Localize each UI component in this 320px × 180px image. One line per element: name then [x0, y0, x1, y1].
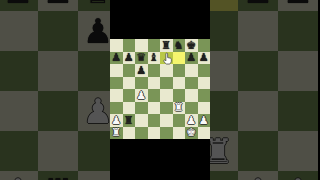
square-d5[interactable] — [148, 77, 161, 90]
black-pawn: ♟ — [3, 0, 33, 8]
square-f1[interactable] — [173, 127, 186, 140]
square-a4 — [0, 91, 38, 131]
square-f4[interactable] — [173, 89, 186, 102]
square-a5[interactable] — [110, 77, 123, 90]
black-bishop[interactable]: ♝ — [149, 52, 159, 63]
black-rook: ♜ — [43, 174, 73, 180]
square-c8[interactable] — [135, 39, 148, 52]
square-h8[interactable] — [198, 39, 211, 52]
square-e5[interactable] — [160, 77, 173, 90]
square-a6[interactable] — [110, 64, 123, 77]
black-knight[interactable]: ♞ — [174, 40, 184, 51]
chess-board[interactable]: ♜♞♚♟♟♛♝♟♟♟♟♜♟♜♟♟♜♚ — [110, 39, 210, 139]
square-e7[interactable] — [160, 52, 173, 65]
square-a8[interactable] — [110, 39, 123, 52]
square-b6[interactable] — [123, 64, 136, 77]
square-e6[interactable] — [160, 64, 173, 77]
square-h3[interactable] — [198, 102, 211, 115]
square-b7[interactable]: ♟ — [123, 52, 136, 65]
square-b2: ♜ — [38, 171, 78, 180]
square-h1[interactable] — [198, 127, 211, 140]
square-h3 — [278, 131, 318, 171]
square-b4[interactable] — [123, 89, 136, 102]
black-pawn[interactable]: ♟ — [186, 52, 196, 63]
square-b4 — [38, 91, 78, 131]
square-d6[interactable] — [148, 64, 161, 77]
square-h6 — [278, 11, 318, 51]
square-f5[interactable] — [173, 77, 186, 90]
square-b7: ♟ — [38, 0, 78, 11]
white-rook[interactable]: ♜ — [174, 102, 184, 113]
square-g2: ♟ — [238, 171, 278, 180]
hand-cursor-icon — [162, 50, 174, 63]
square-h2: ♟ — [278, 171, 318, 180]
square-b5[interactable] — [123, 77, 136, 90]
square-g1[interactable]: ♚ — [185, 127, 198, 140]
square-a7: ♟ — [0, 0, 38, 11]
square-f3[interactable]: ♜ — [173, 102, 186, 115]
square-c5[interactable] — [135, 77, 148, 90]
square-f6[interactable] — [173, 64, 186, 77]
square-h5[interactable] — [198, 77, 211, 90]
white-pawn[interactable]: ♟ — [199, 115, 209, 126]
black-pawn: ♟ — [83, 14, 113, 48]
square-a7[interactable]: ♟ — [110, 52, 123, 65]
white-pawn[interactable]: ♟ — [111, 115, 121, 126]
square-g7[interactable]: ♟ — [185, 52, 198, 65]
square-h7: ♟ — [278, 0, 318, 11]
white-king[interactable]: ♚ — [186, 127, 196, 138]
square-c7[interactable]: ♛ — [135, 52, 148, 65]
square-f7[interactable] — [173, 52, 186, 65]
square-b5 — [38, 51, 78, 91]
white-pawn: ♟ — [283, 174, 313, 180]
square-g8[interactable]: ♚ — [185, 39, 198, 52]
square-g5 — [238, 51, 278, 91]
white-rook[interactable]: ♜ — [111, 127, 121, 138]
black-queen: ♛ — [83, 0, 113, 8]
square-g6 — [238, 11, 278, 51]
white-pawn: ♟ — [3, 174, 33, 180]
square-d3[interactable] — [148, 102, 161, 115]
square-a2[interactable]: ♟ — [110, 114, 123, 127]
square-g3 — [238, 131, 278, 171]
square-g6[interactable] — [185, 64, 198, 77]
square-c2[interactable] — [135, 114, 148, 127]
black-pawn[interactable]: ♟ — [199, 52, 209, 63]
square-h5 — [278, 51, 318, 91]
square-a1[interactable]: ♜ — [110, 127, 123, 140]
black-pawn: ♟ — [43, 0, 73, 8]
black-pawn[interactable]: ♟ — [136, 65, 146, 76]
square-c6[interactable]: ♟ — [135, 64, 148, 77]
square-h7[interactable]: ♟ — [198, 52, 211, 65]
square-h2[interactable]: ♟ — [198, 114, 211, 127]
square-a6 — [0, 11, 38, 51]
square-h4 — [278, 91, 318, 131]
square-b3 — [38, 131, 78, 171]
square-f2[interactable] — [173, 114, 186, 127]
square-a2: ♟ — [0, 171, 38, 180]
square-a3[interactable] — [110, 102, 123, 115]
black-pawn[interactable]: ♟ — [111, 52, 121, 63]
square-g4 — [238, 91, 278, 131]
square-g4[interactable] — [185, 89, 198, 102]
video-frame: ♜♞♚♟♟♛♝♟♟♟♟♜♟♜♟♟♜♚ ♜♞♚♟♟♛♝♟♟♟♟♜♟♜♟♟♜♚ — [0, 0, 320, 180]
square-c4[interactable]: ♟ — [135, 89, 148, 102]
black-queen[interactable]: ♛ — [136, 52, 146, 63]
square-h6[interactable] — [198, 64, 211, 77]
square-d2[interactable] — [148, 114, 161, 127]
black-pawn[interactable]: ♟ — [124, 52, 134, 63]
square-g2[interactable]: ♟ — [185, 114, 198, 127]
square-b3[interactable] — [123, 102, 136, 115]
square-g7: ♟ — [238, 0, 278, 11]
square-b6 — [38, 11, 78, 51]
white-pawn: ♟ — [83, 94, 113, 128]
square-e2[interactable] — [160, 114, 173, 127]
white-pawn[interactable]: ♟ — [186, 115, 196, 126]
square-g3[interactable] — [185, 102, 198, 115]
square-d4[interactable] — [148, 89, 161, 102]
square-h4[interactable] — [198, 89, 211, 102]
square-b2[interactable]: ♜ — [123, 114, 136, 127]
square-e3[interactable] — [160, 102, 173, 115]
square-e1[interactable] — [160, 127, 173, 140]
square-d8[interactable] — [148, 39, 161, 52]
square-a4[interactable] — [110, 89, 123, 102]
square-d1[interactable] — [148, 127, 161, 140]
square-d7[interactable]: ♝ — [148, 52, 161, 65]
square-e4[interactable] — [160, 89, 173, 102]
square-b8[interactable] — [123, 39, 136, 52]
black-pawn: ♟ — [243, 0, 273, 8]
square-g5[interactable] — [185, 77, 198, 90]
square-a3 — [0, 131, 38, 171]
white-pawn[interactable]: ♟ — [136, 90, 146, 101]
black-pawn: ♟ — [283, 0, 313, 8]
black-king[interactable]: ♚ — [186, 40, 196, 51]
square-b1[interactable] — [123, 127, 136, 140]
square-f8[interactable]: ♞ — [173, 39, 186, 52]
square-c3[interactable] — [135, 102, 148, 115]
square-a5 — [0, 51, 38, 91]
white-pawn: ♟ — [243, 174, 273, 180]
black-rook[interactable]: ♜ — [124, 115, 134, 126]
square-c1[interactable] — [135, 127, 148, 140]
